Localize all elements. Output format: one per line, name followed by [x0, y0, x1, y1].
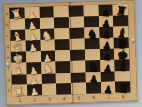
square-h7[interactable]: ♟: [100, 81, 115, 93]
rank-label-3: 3: [42, 94, 57, 103]
square-c4[interactable]: [54, 28, 69, 40]
square-h8[interactable]: ♜: [115, 81, 130, 93]
square-a8[interactable]: ♜: [113, 4, 128, 16]
square-b5[interactable]: [69, 17, 84, 28]
white-bishop[interactable]: ♝: [11, 63, 25, 77]
square-b4[interactable]: [54, 17, 69, 28]
square-b2[interactable]: ♟: [25, 18, 40, 29]
square-e4[interactable]: [55, 50, 70, 62]
chess-board: a b c d e f g h ♜♟♟♜♟♟♝♟♞♞♟♝♛♟♟♛♚♟♟♚♝♟♞♞…: [3, 0, 137, 105]
white-knight[interactable]: ♞: [41, 29, 54, 42]
square-b7[interactable]: ♟: [98, 16, 113, 27]
black-pawn[interactable]: ♟: [103, 63, 113, 73]
square-g4[interactable]: [56, 73, 71, 84]
black-pawn[interactable]: ♟: [101, 8, 111, 18]
black-pawn[interactable]: ♟: [101, 18, 111, 28]
rank-label-4: 4: [57, 94, 72, 103]
black-pawn[interactable]: ♟: [89, 74, 99, 84]
square-h1[interactable]: ♜: [12, 84, 27, 96]
square-d2[interactable]: ♟: [25, 40, 40, 52]
photo-background: a b c d e f g h ♜♟♟♜♟♟♝♟♞♞♟♝♛♟♟♛♚♟♟♚♝♟♞♞…: [0, 0, 142, 107]
black-bishop[interactable]: ♝: [116, 60, 129, 73]
rank-label-5: 5: [71, 94, 86, 103]
white-pawn[interactable]: ♟: [28, 75, 38, 86]
square-f4[interactable]: [56, 61, 71, 73]
square-c5[interactable]: [69, 27, 84, 39]
black-knight[interactable]: ♞: [86, 27, 98, 39]
square-c2[interactable]: ♟: [25, 28, 40, 40]
white-rook[interactable]: ♜: [9, 8, 23, 22]
square-c6[interactable]: ♞: [84, 27, 99, 39]
square-a3[interactable]: [39, 7, 54, 19]
white-pawn[interactable]: ♟: [27, 31, 37, 42]
square-h3[interactable]: [41, 83, 56, 95]
square-h4[interactable]: [56, 83, 71, 95]
square-g5[interactable]: [71, 72, 86, 83]
black-pawn[interactable]: ♟: [103, 52, 113, 62]
square-c3[interactable]: ♞: [40, 28, 55, 40]
white-pawn[interactable]: ♟: [26, 20, 36, 31]
square-g2[interactable]: ♟: [26, 73, 41, 84]
square-a2[interactable]: ♟: [24, 7, 39, 19]
black-pawn[interactable]: ♟: [102, 29, 112, 39]
black-pawn[interactable]: ♟: [104, 84, 114, 94]
white-knight[interactable]: ♞: [42, 62, 55, 75]
square-f3[interactable]: ♞: [41, 62, 56, 74]
square-f5[interactable]: [70, 61, 85, 73]
white-pawn[interactable]: ♟: [29, 86, 39, 97]
rank-label-6: 6: [86, 93, 101, 102]
white-rook[interactable]: ♜: [12, 84, 26, 98]
square-a6[interactable]: [83, 5, 98, 17]
black-rook[interactable]: ♜: [117, 81, 130, 94]
square-a1[interactable]: ♜: [10, 7, 25, 19]
square-e5[interactable]: [70, 50, 85, 62]
square-a4[interactable]: [54, 6, 69, 18]
square-f6[interactable]: ♞: [85, 60, 100, 72]
square-a5[interactable]: [69, 6, 84, 18]
square-f1[interactable]: ♝: [11, 63, 26, 75]
black-rook[interactable]: ♜: [115, 5, 128, 18]
left-clasp-icon: [6, 62, 9, 67]
black-pawn[interactable]: ♟: [102, 40, 112, 50]
file-label-g: g: [6, 74, 12, 85]
white-pawn[interactable]: ♟: [27, 42, 37, 53]
square-d5[interactable]: [70, 38, 85, 50]
square-f2[interactable]: ♟: [26, 62, 41, 74]
square-a7[interactable]: ♟: [98, 5, 113, 17]
square-h2[interactable]: ♟: [27, 84, 42, 96]
square-h5[interactable]: [71, 82, 86, 94]
file-label-b: b: [4, 19, 10, 30]
black-knight[interactable]: ♞: [87, 61, 99, 73]
square-d4[interactable]: [55, 39, 70, 51]
right-clasp-icon: [132, 38, 135, 43]
